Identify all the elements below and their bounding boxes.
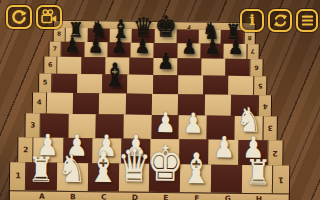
square-h5[interactable] <box>228 76 253 95</box>
square-g4[interactable] <box>205 95 232 116</box>
board-frame: 1 <box>10 162 26 190</box>
board-frame: 6 <box>44 57 57 74</box>
rank-label-8: 8 <box>57 32 61 38</box>
rank-label-5: 5 <box>43 80 48 87</box>
file-label-A: A <box>39 193 45 200</box>
square-g6[interactable] <box>202 59 226 76</box>
file-label-C: C <box>101 194 107 200</box>
square-a5[interactable] <box>52 74 77 93</box>
rank-label-6: 6 <box>254 64 258 70</box>
board-frame: 4 <box>33 92 47 113</box>
file-label-H: H <box>256 195 262 200</box>
rank-label-1: 1 <box>278 175 284 183</box>
piece-black-pawn-d7[interactable]: ♟ <box>135 36 151 57</box>
rotate-board-button[interactable] <box>268 9 292 32</box>
hamburger-menu-icon <box>300 13 315 28</box>
menu-button[interactable] <box>296 9 318 32</box>
piece-white-king-e1[interactable]: ♚ <box>147 140 184 190</box>
square-g1[interactable] <box>211 165 242 193</box>
board-frame: 5 <box>39 74 52 93</box>
square-h6[interactable] <box>226 59 250 76</box>
file-label-B: B <box>70 193 76 200</box>
board-frame: 7 <box>246 44 258 59</box>
square-e5[interactable] <box>153 75 178 94</box>
info-button[interactable]: i <box>240 9 264 32</box>
square-d5[interactable] <box>128 75 153 94</box>
info-icon: i <box>249 13 255 28</box>
rank-label-4: 4 <box>37 100 42 107</box>
piece-white-knight-b1[interactable]: ♞ <box>58 149 87 188</box>
rank-label-2: 2 <box>273 149 278 157</box>
rank-label-3: 3 <box>30 122 35 129</box>
square-g5[interactable] <box>203 76 228 95</box>
rank-label-7: 7 <box>53 46 57 52</box>
camera-button[interactable] <box>36 5 62 29</box>
rotate-arrows-icon <box>272 12 289 29</box>
square-b4[interactable] <box>73 93 100 114</box>
piece-white-pawn-g2[interactable]: ♟ <box>213 133 235 163</box>
video-camera-icon <box>40 9 58 25</box>
board-frame: 6 <box>250 59 263 76</box>
square-f6[interactable] <box>177 58 201 75</box>
file-label-D: D <box>132 194 138 200</box>
rank-label-3: 3 <box>267 125 272 132</box>
piece-white-pawn-e3[interactable]: ♟ <box>155 109 176 137</box>
piece-white-bishop-c1[interactable]: ♝ <box>87 146 119 189</box>
undo-button[interactable] <box>6 5 32 29</box>
square-f5[interactable] <box>178 75 203 94</box>
piece-white-rook-h1[interactable]: ♜ <box>245 156 271 191</box>
board-frame: 1 <box>272 165 288 193</box>
rank-label-8: 8 <box>248 34 252 40</box>
square-b5[interactable] <box>77 74 102 93</box>
rank-label-7: 7 <box>251 49 255 55</box>
piece-black-pawn-g7[interactable]: ♟ <box>205 37 221 58</box>
piece-black-pawn-b7[interactable]: ♟ <box>88 35 104 56</box>
file-label-E: E <box>163 194 168 200</box>
board-frame: 7 <box>49 42 61 57</box>
file-label-F: F <box>194 195 199 200</box>
board-frame: 5 <box>253 76 266 95</box>
square-c4[interactable] <box>99 93 126 114</box>
file-label-G: G <box>225 195 231 200</box>
file-label-F: F <box>188 24 192 29</box>
piece-black-king-e8[interactable]: ♚ <box>155 12 177 42</box>
rank-label-6: 6 <box>48 62 52 68</box>
square-a6[interactable] <box>57 57 81 74</box>
piece-black-bishop-c5[interactable]: ♝ <box>102 59 127 92</box>
rank-label-5: 5 <box>258 82 263 89</box>
chess-app-screen: 8877665544332211ABCDEFGHABCDEFGH♜♞♝♛♚♞♜♟… <box>0 0 320 200</box>
piece-black-pawn-c7[interactable]: ♟ <box>111 35 127 56</box>
piece-black-pawn-h7[interactable]: ♟ <box>228 37 244 58</box>
piece-white-bishop-f1[interactable]: ♝ <box>180 147 212 190</box>
square-d4[interactable] <box>126 94 153 115</box>
undo-arrow-icon <box>10 8 28 26</box>
piece-black-pawn-a7[interactable]: ♟ <box>65 35 81 56</box>
square-a4[interactable] <box>47 93 74 114</box>
piece-black-pawn-f7[interactable]: ♟ <box>181 36 197 57</box>
piece-white-rook-a1[interactable]: ♜ <box>28 153 54 188</box>
piece-black-pawn-e6[interactable]: ♟ <box>157 51 174 74</box>
board-frame: 8 <box>243 30 255 44</box>
square-d6[interactable] <box>129 58 153 75</box>
rank-label-1: 1 <box>15 172 21 180</box>
piece-white-pawn-f3[interactable]: ♟ <box>183 109 204 137</box>
rank-label-4: 4 <box>262 102 267 109</box>
